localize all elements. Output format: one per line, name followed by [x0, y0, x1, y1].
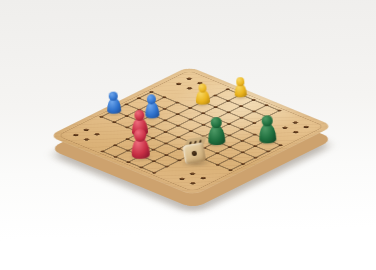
- board-group: [0, 0, 376, 270]
- pawn-head: [134, 129, 146, 142]
- pawn-green-2[interactable]: [258, 115, 277, 144]
- die[interactable]: [182, 136, 210, 166]
- pawn-body: [234, 84, 247, 98]
- scene: [0, 0, 376, 270]
- pawn-body: [131, 139, 150, 159]
- pawn-head: [109, 91, 118, 101]
- pawn-red-2[interactable]: [131, 129, 151, 159]
- die-pip: [191, 150, 197, 156]
- pawn-body: [208, 126, 226, 145]
- pawn-body: [106, 99, 121, 114]
- pawn-head: [211, 117, 222, 129]
- pawn-head: [236, 77, 244, 86]
- pieces-layer: [0, 0, 376, 270]
- pawn-head: [198, 83, 206, 92]
- pawn-body: [258, 124, 276, 143]
- pawn-yellow-1[interactable]: [234, 77, 248, 98]
- pawn-head: [134, 110, 144, 121]
- die-front-face: [182, 142, 206, 164]
- pawn-blue-1[interactable]: [106, 91, 121, 114]
- pawn-green-1[interactable]: [207, 116, 226, 145]
- pawn-yellow-2[interactable]: [195, 83, 209, 105]
- pawn-head: [262, 115, 273, 127]
- pawn-body: [196, 90, 210, 105]
